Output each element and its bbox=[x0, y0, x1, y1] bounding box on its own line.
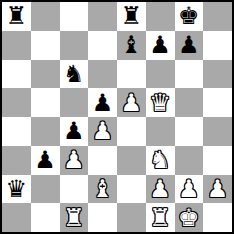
square-e4[interactable] bbox=[117, 117, 146, 146]
square-d8[interactable] bbox=[88, 2, 117, 31]
square-g6[interactable] bbox=[175, 60, 204, 89]
square-d2[interactable]: ♝ bbox=[88, 175, 117, 204]
square-f3[interactable]: ♞ bbox=[146, 146, 175, 175]
piece-white-pawn: ♟ bbox=[178, 177, 200, 201]
square-d7[interactable] bbox=[88, 31, 117, 60]
square-f8[interactable] bbox=[146, 2, 175, 31]
piece-black-queen: ♛ bbox=[6, 177, 28, 201]
square-d6[interactable] bbox=[88, 60, 117, 89]
square-c8[interactable] bbox=[60, 2, 89, 31]
square-f2[interactable]: ♟ bbox=[146, 175, 175, 204]
square-b8[interactable] bbox=[31, 2, 60, 31]
square-e8[interactable]: ♜ bbox=[117, 2, 146, 31]
piece-white-rook: ♜ bbox=[63, 206, 85, 230]
piece-white-queen: ♛ bbox=[149, 91, 171, 115]
piece-black-rook: ♜ bbox=[6, 4, 28, 28]
square-g5[interactable] bbox=[175, 88, 204, 117]
square-h1[interactable] bbox=[203, 203, 232, 232]
square-h2[interactable]: ♟ bbox=[203, 175, 232, 204]
piece-black-pawn: ♟ bbox=[63, 119, 85, 143]
piece-black-pawn: ♟ bbox=[149, 33, 171, 57]
square-b4[interactable] bbox=[31, 117, 60, 146]
square-b5[interactable] bbox=[31, 88, 60, 117]
square-h5[interactable] bbox=[203, 88, 232, 117]
square-a5[interactable] bbox=[2, 88, 31, 117]
square-b6[interactable] bbox=[31, 60, 60, 89]
piece-white-king: ♚ bbox=[178, 206, 200, 230]
square-b2[interactable] bbox=[31, 175, 60, 204]
square-e1[interactable] bbox=[117, 203, 146, 232]
square-d1[interactable] bbox=[88, 203, 117, 232]
piece-white-pawn: ♟ bbox=[121, 91, 143, 115]
square-f5[interactable]: ♛ bbox=[146, 88, 175, 117]
square-a2[interactable]: ♛ bbox=[2, 175, 31, 204]
square-f6[interactable] bbox=[146, 60, 175, 89]
piece-white-rook: ♜ bbox=[149, 206, 171, 230]
square-b3[interactable]: ♟ bbox=[31, 146, 60, 175]
piece-white-bishop: ♝ bbox=[92, 177, 114, 201]
square-h6[interactable] bbox=[203, 60, 232, 89]
chess-board-frame: ♜♜♚♝♟♟♞♟♟♛♟♟♟♟♞♛♝♟♟♟♜♜♚ bbox=[0, 0, 234, 234]
square-c3[interactable]: ♟ bbox=[60, 146, 89, 175]
chess-board: ♜♜♚♝♟♟♞♟♟♛♟♟♟♟♞♛♝♟♟♟♜♜♚ bbox=[2, 2, 232, 232]
piece-black-knight: ♞ bbox=[63, 62, 85, 86]
square-f4[interactable] bbox=[146, 117, 175, 146]
square-c1[interactable]: ♜ bbox=[60, 203, 89, 232]
square-e6[interactable] bbox=[117, 60, 146, 89]
piece-white-pawn: ♟ bbox=[149, 177, 171, 201]
square-f7[interactable]: ♟ bbox=[146, 31, 175, 60]
square-f1[interactable]: ♜ bbox=[146, 203, 175, 232]
square-a8[interactable]: ♜ bbox=[2, 2, 31, 31]
piece-black-rook: ♜ bbox=[121, 4, 143, 28]
piece-white-knight: ♞ bbox=[149, 148, 171, 172]
square-g3[interactable] bbox=[175, 146, 204, 175]
piece-black-pawn: ♟ bbox=[178, 33, 200, 57]
square-g2[interactable]: ♟ bbox=[175, 175, 204, 204]
piece-black-bishop: ♝ bbox=[121, 33, 143, 57]
piece-white-pawn: ♟ bbox=[207, 177, 229, 201]
square-b1[interactable] bbox=[31, 203, 60, 232]
square-h4[interactable] bbox=[203, 117, 232, 146]
piece-black-king: ♚ bbox=[178, 4, 200, 28]
square-a7[interactable] bbox=[2, 31, 31, 60]
square-a4[interactable] bbox=[2, 117, 31, 146]
square-a3[interactable] bbox=[2, 146, 31, 175]
square-g1[interactable]: ♚ bbox=[175, 203, 204, 232]
square-a6[interactable] bbox=[2, 60, 31, 89]
square-e3[interactable] bbox=[117, 146, 146, 175]
square-g8[interactable]: ♚ bbox=[175, 2, 204, 31]
square-h8[interactable] bbox=[203, 2, 232, 31]
square-e5[interactable]: ♟ bbox=[117, 88, 146, 117]
square-d5[interactable]: ♟ bbox=[88, 88, 117, 117]
square-h7[interactable] bbox=[203, 31, 232, 60]
square-c7[interactable] bbox=[60, 31, 89, 60]
piece-white-pawn: ♟ bbox=[63, 148, 85, 172]
square-a1[interactable] bbox=[2, 203, 31, 232]
square-e7[interactable]: ♝ bbox=[117, 31, 146, 60]
square-h3[interactable] bbox=[203, 146, 232, 175]
square-b7[interactable] bbox=[31, 31, 60, 60]
piece-black-pawn: ♟ bbox=[92, 91, 114, 115]
square-c2[interactable] bbox=[60, 175, 89, 204]
square-c4[interactable]: ♟ bbox=[60, 117, 89, 146]
square-c5[interactable] bbox=[60, 88, 89, 117]
square-d4[interactable]: ♟ bbox=[88, 117, 117, 146]
square-e2[interactable] bbox=[117, 175, 146, 204]
square-d3[interactable] bbox=[88, 146, 117, 175]
piece-black-pawn: ♟ bbox=[34, 148, 56, 172]
square-g4[interactable] bbox=[175, 117, 204, 146]
square-c6[interactable]: ♞ bbox=[60, 60, 89, 89]
piece-white-pawn: ♟ bbox=[92, 119, 114, 143]
square-g7[interactable]: ♟ bbox=[175, 31, 204, 60]
